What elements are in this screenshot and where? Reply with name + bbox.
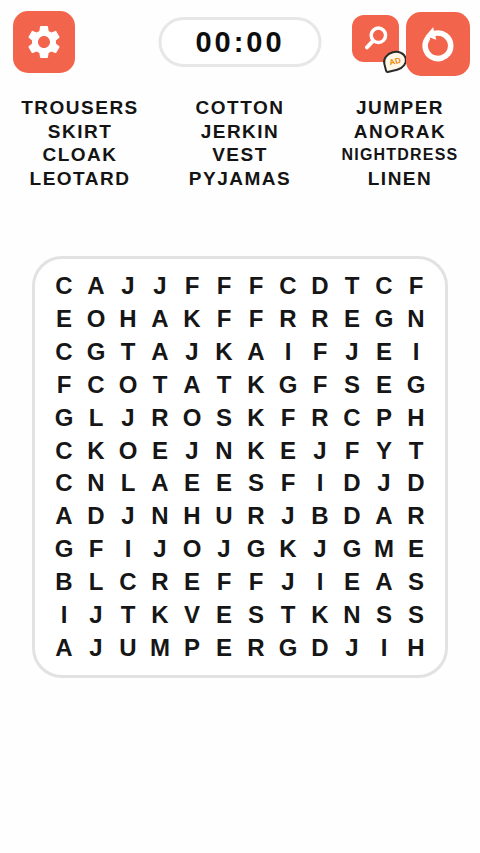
grid-cell[interactable]: D xyxy=(304,270,336,303)
grid-cell[interactable]: C xyxy=(272,270,304,303)
grid-cell[interactable]: O xyxy=(176,401,208,434)
grid-cell[interactable]: E xyxy=(400,533,432,566)
grid-cell[interactable]: A xyxy=(144,303,176,336)
grid-cell[interactable]: C xyxy=(48,270,80,303)
grid-cell[interactable]: V xyxy=(176,598,208,631)
grid-cell[interactable]: E xyxy=(48,303,80,336)
grid-cell[interactable]: E xyxy=(336,565,368,598)
grid-cell[interactable]: Y xyxy=(368,434,400,467)
word-item: PYJAMAS xyxy=(160,167,320,191)
grid-cell[interactable]: A xyxy=(368,565,400,598)
word-item: JUMPER xyxy=(320,96,480,120)
grid-cell[interactable]: T xyxy=(400,434,432,467)
grid-cell[interactable]: C xyxy=(80,368,112,401)
grid-cell[interactable]: S xyxy=(336,368,368,401)
grid-cell[interactable]: S xyxy=(400,565,432,598)
grid-cell[interactable]: F xyxy=(240,270,272,303)
grid-cell[interactable]: A xyxy=(48,631,80,664)
word-column-3: JUMPERANORAKNIGHTDRESSLINEN xyxy=(320,96,480,190)
grid-cell[interactable]: L xyxy=(80,401,112,434)
grid-cell[interactable]: F xyxy=(336,434,368,467)
grid-cell[interactable]: A xyxy=(144,336,176,369)
grid-cell[interactable]: T xyxy=(144,368,176,401)
grid-cell[interactable]: D xyxy=(336,500,368,533)
grid-cell[interactable]: E xyxy=(144,434,176,467)
word-item: NIGHTDRESS xyxy=(320,143,480,167)
grid-cell[interactable]: K xyxy=(304,598,336,631)
grid-cell[interactable]: N xyxy=(400,303,432,336)
grid-cell[interactable]: A xyxy=(80,270,112,303)
grid-cell[interactable]: T xyxy=(112,336,144,369)
grid-cell[interactable]: G xyxy=(80,336,112,369)
grid-cell[interactable]: T xyxy=(336,270,368,303)
grid-cell[interactable]: F xyxy=(208,303,240,336)
grid-cell[interactable]: I xyxy=(48,598,80,631)
grid-cell[interactable]: J xyxy=(208,533,240,566)
timer-value: 00:00 xyxy=(195,26,284,59)
grid-cell[interactable]: T xyxy=(272,598,304,631)
grid-cell[interactable]: N xyxy=(144,500,176,533)
grid-cell[interactable]: G xyxy=(368,303,400,336)
grid-cell[interactable]: G xyxy=(272,368,304,401)
word-item: ANORAK xyxy=(320,120,480,144)
grid-cell[interactable]: U xyxy=(112,631,144,664)
grid-cell[interactable]: G xyxy=(272,631,304,664)
grid-cell[interactable]: J xyxy=(272,565,304,598)
grid-cell[interactable]: E xyxy=(368,336,400,369)
grid-cell[interactable]: K xyxy=(176,303,208,336)
grid-cell[interactable]: O xyxy=(112,434,144,467)
grid-cell[interactable]: R xyxy=(304,401,336,434)
grid-cell[interactable]: E xyxy=(176,565,208,598)
grid-cell[interactable]: P xyxy=(176,631,208,664)
word-item: JERKIN xyxy=(160,120,320,144)
grid-cell[interactable]: H xyxy=(176,500,208,533)
grid-cell[interactable]: A xyxy=(144,467,176,500)
grid-cell[interactable]: E xyxy=(208,598,240,631)
settings-button[interactable] xyxy=(13,11,75,73)
grid-cell[interactable]: M xyxy=(368,533,400,566)
grid-cell[interactable]: J xyxy=(176,336,208,369)
grid-cell[interactable]: J xyxy=(272,500,304,533)
grid-cell[interactable]: E xyxy=(368,368,400,401)
grid-cell[interactable]: A xyxy=(48,500,80,533)
grid-cell[interactable]: F xyxy=(400,270,432,303)
grid-cell[interactable]: R xyxy=(144,401,176,434)
grid-cell[interactable]: E xyxy=(272,434,304,467)
grid-cell[interactable]: F xyxy=(304,336,336,369)
gear-icon xyxy=(24,22,64,62)
grid-cell[interactable]: E xyxy=(208,631,240,664)
grid-cell[interactable]: N xyxy=(336,598,368,631)
grid-cell[interactable]: F xyxy=(304,368,336,401)
grid-cell[interactable]: E xyxy=(208,467,240,500)
grid-cell[interactable]: C xyxy=(48,434,80,467)
grid-cell[interactable]: R xyxy=(400,500,432,533)
word-item: LINEN xyxy=(320,167,480,191)
grid-cell[interactable]: N xyxy=(208,434,240,467)
grid-cell[interactable]: J xyxy=(304,434,336,467)
grid-cell[interactable]: L xyxy=(80,565,112,598)
grid-cell[interactable]: F xyxy=(208,270,240,303)
grid-cell[interactable]: J xyxy=(176,434,208,467)
magnifier-icon xyxy=(360,23,392,55)
grid-cell[interactable]: P xyxy=(368,401,400,434)
grid-cell[interactable]: T xyxy=(112,598,144,631)
grid-cell[interactable]: B xyxy=(48,565,80,598)
grid-cell[interactable]: H xyxy=(400,631,432,664)
word-search-app: 00:00 AD TROUSERSSKIRTCLOAKLEOTARD COTTO… xyxy=(0,0,480,853)
grid-cell[interactable]: J xyxy=(304,533,336,566)
grid-cell[interactable]: R xyxy=(144,565,176,598)
grid-cell[interactable]: C xyxy=(48,336,80,369)
word-item: LEOTARD xyxy=(0,167,160,191)
grid-cell[interactable]: N xyxy=(80,467,112,500)
grid-cell[interactable]: J xyxy=(112,401,144,434)
grid-cell[interactable]: D xyxy=(400,467,432,500)
grid-cell[interactable]: R xyxy=(240,500,272,533)
grid-cell[interactable]: G xyxy=(48,533,80,566)
grid-cell[interactable]: G xyxy=(240,533,272,566)
grid-cell[interactable]: E xyxy=(336,303,368,336)
grid-cell[interactable]: L xyxy=(112,467,144,500)
grid-cell[interactable]: F xyxy=(80,533,112,566)
grid-cell[interactable]: U xyxy=(208,500,240,533)
grid-cell[interactable]: K xyxy=(240,434,272,467)
timer-display: 00:00 xyxy=(159,17,322,67)
grid-cell[interactable]: J xyxy=(112,270,144,303)
grid-cell[interactable]: K xyxy=(240,368,272,401)
letter-grid: CAJJFFFCDTCFEOHAKFFRREGNCGTAJKAIFJEIFCOT… xyxy=(35,259,445,675)
grid-cell[interactable]: K xyxy=(272,533,304,566)
grid-cell[interactable]: E xyxy=(176,467,208,500)
grid-cell[interactable]: I xyxy=(304,467,336,500)
grid-cell[interactable]: J xyxy=(336,631,368,664)
grid-cell[interactable]: R xyxy=(272,303,304,336)
grid-cell[interactable]: I xyxy=(112,533,144,566)
grid-cell[interactable]: I xyxy=(400,336,432,369)
grid-cell[interactable]: C xyxy=(48,467,80,500)
grid-cell[interactable]: O xyxy=(80,303,112,336)
reset-button[interactable] xyxy=(406,12,470,76)
grid-cell[interactable]: I xyxy=(368,631,400,664)
grid-cell[interactable]: S xyxy=(368,598,400,631)
grid-cell[interactable]: K xyxy=(240,401,272,434)
grid-cell[interactable]: O xyxy=(112,368,144,401)
grid-cell[interactable]: A xyxy=(240,336,272,369)
grid-cell[interactable]: J xyxy=(144,533,176,566)
word-list: TROUSERSSKIRTCLOAKLEOTARD COTTONJERKINVE… xyxy=(0,96,480,190)
grid-cell[interactable]: F xyxy=(176,270,208,303)
grid-cell[interactable]: K xyxy=(80,434,112,467)
grid-cell[interactable]: C xyxy=(336,401,368,434)
grid-cell[interactable]: F xyxy=(240,303,272,336)
grid-cell[interactable]: S xyxy=(208,401,240,434)
grid-cell[interactable]: H xyxy=(400,401,432,434)
grid-cell[interactable]: T xyxy=(208,368,240,401)
grid-cell[interactable]: J xyxy=(336,336,368,369)
word-item: COTTON xyxy=(160,96,320,120)
grid-cell[interactable]: R xyxy=(240,631,272,664)
word-column-1: TROUSERSSKIRTCLOAKLEOTARD xyxy=(0,96,160,190)
grid-cell[interactable]: D xyxy=(304,631,336,664)
top-bar: 00:00 AD xyxy=(0,0,480,88)
grid-cell[interactable]: J xyxy=(368,467,400,500)
grid-cell[interactable]: O xyxy=(176,533,208,566)
grid-cell[interactable]: J xyxy=(80,631,112,664)
grid-cell[interactable]: G xyxy=(48,401,80,434)
hint-button[interactable]: AD xyxy=(352,15,399,62)
word-item: TROUSERS xyxy=(0,96,160,120)
grid-cell[interactable]: B xyxy=(304,500,336,533)
grid-cell[interactable]: K xyxy=(208,336,240,369)
grid-cell[interactable]: J xyxy=(112,500,144,533)
grid-cell[interactable]: M xyxy=(144,631,176,664)
grid-cell[interactable]: K xyxy=(144,598,176,631)
grid-cell[interactable]: J xyxy=(144,270,176,303)
grid-cell[interactable]: H xyxy=(112,303,144,336)
word-item: CLOAK xyxy=(0,143,160,167)
grid-cell[interactable]: G xyxy=(400,368,432,401)
grid-cell[interactable]: A xyxy=(176,368,208,401)
grid-cell[interactable]: S xyxy=(240,598,272,631)
grid-cell[interactable]: R xyxy=(304,303,336,336)
grid-cell[interactable]: F xyxy=(272,401,304,434)
grid-cell[interactable]: F xyxy=(48,368,80,401)
grid-cell[interactable]: F xyxy=(272,467,304,500)
grid-cell[interactable]: F xyxy=(208,565,240,598)
grid-cell[interactable]: C xyxy=(112,565,144,598)
restart-icon xyxy=(417,23,459,65)
puzzle-board: CAJJFFFCDTCFEOHAKFFRREGNCGTAJKAIFJEIFCOT… xyxy=(32,256,448,678)
grid-cell[interactable]: D xyxy=(336,467,368,500)
grid-cell[interactable]: S xyxy=(400,598,432,631)
grid-cell[interactable]: D xyxy=(80,500,112,533)
grid-cell[interactable]: A xyxy=(368,500,400,533)
word-item: VEST xyxy=(160,143,320,167)
word-column-2: COTTONJERKINVESTPYJAMAS xyxy=(160,96,320,190)
grid-cell[interactable]: I xyxy=(272,336,304,369)
grid-cell[interactable]: I xyxy=(304,565,336,598)
grid-cell[interactable]: C xyxy=(368,270,400,303)
word-item: SKIRT xyxy=(0,120,160,144)
grid-cell[interactable]: G xyxy=(336,533,368,566)
grid-cell[interactable]: J xyxy=(80,598,112,631)
grid-cell[interactable]: S xyxy=(240,467,272,500)
grid-cell[interactable]: F xyxy=(240,565,272,598)
